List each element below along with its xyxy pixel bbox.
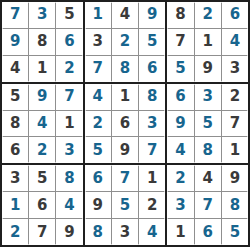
cell-r6c9[interactable]: 1 xyxy=(222,137,248,163)
cell-r3c8[interactable]: 9 xyxy=(195,56,221,82)
cell-r9c1[interactable]: 2 xyxy=(2,219,28,245)
cell-r9c2[interactable]: 7 xyxy=(29,219,55,245)
cell-r8c5[interactable]: 5 xyxy=(112,192,138,218)
cell-r7c6[interactable]: 1 xyxy=(139,165,165,191)
cell-r6c2[interactable]: 2 xyxy=(29,137,55,163)
cell-r9c9[interactable]: 5 xyxy=(222,219,248,245)
cell-r3c4[interactable]: 7 xyxy=(85,56,111,82)
cell-r8c4[interactable]: 9 xyxy=(85,192,111,218)
cell-r7c2[interactable]: 5 xyxy=(29,165,55,191)
cell-r5c9[interactable]: 7 xyxy=(222,111,248,137)
cell-r6c4[interactable]: 5 xyxy=(85,137,111,163)
cell-r5c2[interactable]: 4 xyxy=(29,111,55,137)
cell-r1c4[interactable]: 1 xyxy=(85,2,111,28)
cell-r2c6[interactable]: 5 xyxy=(139,29,165,55)
cell-r3c2[interactable]: 1 xyxy=(29,56,55,82)
cell-r5c4[interactable]: 2 xyxy=(85,111,111,137)
cell-r1c1[interactable]: 7 xyxy=(2,2,28,28)
cell-r4c1[interactable]: 5 xyxy=(2,84,28,110)
cell-r4c7[interactable]: 6 xyxy=(167,84,193,110)
cell-r8c3[interactable]: 4 xyxy=(56,192,82,218)
cell-r5c5[interactable]: 6 xyxy=(112,111,138,137)
cell-r9c7[interactable]: 1 xyxy=(167,219,193,245)
cell-r6c7[interactable]: 4 xyxy=(167,137,193,163)
cell-r3c6[interactable]: 6 xyxy=(139,56,165,82)
cell-r8c9[interactable]: 8 xyxy=(222,192,248,218)
cell-r1c3[interactable]: 5 xyxy=(56,2,82,28)
cell-r4c8[interactable]: 3 xyxy=(195,84,221,110)
cell-r2c4[interactable]: 3 xyxy=(85,29,111,55)
cell-r9c8[interactable]: 6 xyxy=(195,219,221,245)
cell-r2c3[interactable]: 6 xyxy=(56,29,82,55)
sudoku-block-2-3: 632957481 xyxy=(167,84,248,164)
cell-r6c6[interactable]: 7 xyxy=(139,137,165,163)
cell-r3c5[interactable]: 8 xyxy=(112,56,138,82)
cell-r7c9[interactable]: 9 xyxy=(222,165,248,191)
sudoku-block-3-1: 358164279 xyxy=(2,165,83,245)
cell-r4c6[interactable]: 8 xyxy=(139,84,165,110)
cell-r3c1[interactable]: 4 xyxy=(2,56,28,82)
cell-r6c8[interactable]: 8 xyxy=(195,137,221,163)
cell-r5c7[interactable]: 9 xyxy=(167,111,193,137)
cell-r1c7[interactable]: 8 xyxy=(167,2,193,28)
cell-r5c3[interactable]: 1 xyxy=(56,111,82,137)
sudoku-block-1-1: 735986412 xyxy=(2,2,83,82)
cell-r4c3[interactable]: 7 xyxy=(56,84,82,110)
cell-r7c7[interactable]: 2 xyxy=(167,165,193,191)
cell-r1c8[interactable]: 2 xyxy=(195,2,221,28)
cell-r2c1[interactable]: 9 xyxy=(2,29,28,55)
cell-r9c6[interactable]: 4 xyxy=(139,219,165,245)
cell-r3c7[interactable]: 5 xyxy=(167,56,193,82)
cell-r8c6[interactable]: 2 xyxy=(139,192,165,218)
sudoku-block-3-2: 671952834 xyxy=(85,165,166,245)
cell-r8c8[interactable]: 7 xyxy=(195,192,221,218)
cell-r9c3[interactable]: 9 xyxy=(56,219,82,245)
cell-r7c8[interactable]: 4 xyxy=(195,165,221,191)
cell-r9c4[interactable]: 8 xyxy=(85,219,111,245)
cell-r7c3[interactable]: 8 xyxy=(56,165,82,191)
cell-r4c4[interactable]: 4 xyxy=(85,84,111,110)
cell-r4c9[interactable]: 2 xyxy=(222,84,248,110)
cell-r9c5[interactable]: 3 xyxy=(112,219,138,245)
cell-r1c5[interactable]: 4 xyxy=(112,2,138,28)
cell-r7c5[interactable]: 7 xyxy=(112,165,138,191)
cell-r7c4[interactable]: 6 xyxy=(85,165,111,191)
sudoku-board: 7359864121493257868267145935978416234182… xyxy=(0,0,250,247)
cell-r1c6[interactable]: 9 xyxy=(139,2,165,28)
cell-r8c7[interactable]: 3 xyxy=(167,192,193,218)
cell-r4c2[interactable]: 9 xyxy=(29,84,55,110)
cell-r5c6[interactable]: 3 xyxy=(139,111,165,137)
cell-r7c1[interactable]: 3 xyxy=(2,165,28,191)
cell-r6c3[interactable]: 3 xyxy=(56,137,82,163)
cell-r5c1[interactable]: 8 xyxy=(2,111,28,137)
sudoku-block-2-2: 418263597 xyxy=(85,84,166,164)
cell-r4c5[interactable]: 1 xyxy=(112,84,138,110)
cell-r6c5[interactable]: 9 xyxy=(112,137,138,163)
cell-r8c2[interactable]: 6 xyxy=(29,192,55,218)
cell-r8c1[interactable]: 1 xyxy=(2,192,28,218)
cell-r6c1[interactable]: 6 xyxy=(2,137,28,163)
cell-r2c8[interactable]: 1 xyxy=(195,29,221,55)
sudoku-block-2-1: 597841623 xyxy=(2,84,83,164)
sudoku-block-3-3: 249378165 xyxy=(167,165,248,245)
sudoku-block-1-3: 826714593 xyxy=(167,2,248,82)
cell-r3c3[interactable]: 2 xyxy=(56,56,82,82)
cell-r5c8[interactable]: 5 xyxy=(195,111,221,137)
cell-r1c9[interactable]: 6 xyxy=(222,2,248,28)
cell-r3c9[interactable]: 3 xyxy=(222,56,248,82)
cell-r1c2[interactable]: 3 xyxy=(29,2,55,28)
sudoku-block-1-2: 149325786 xyxy=(85,2,166,82)
cell-r2c5[interactable]: 2 xyxy=(112,29,138,55)
cell-r2c7[interactable]: 7 xyxy=(167,29,193,55)
cell-r2c2[interactable]: 8 xyxy=(29,29,55,55)
cell-r2c9[interactable]: 4 xyxy=(222,29,248,55)
